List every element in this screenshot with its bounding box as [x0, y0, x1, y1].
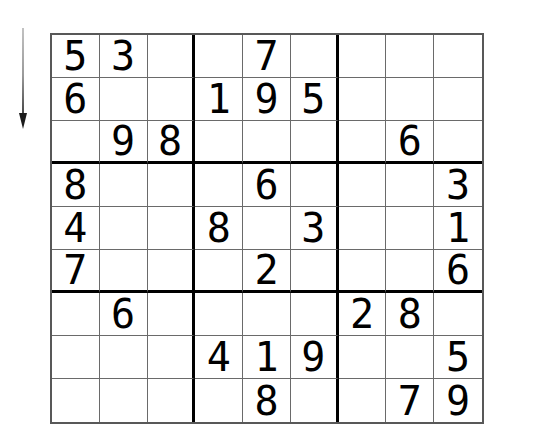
cell-r2c7[interactable] — [339, 78, 387, 121]
cell-r4c9[interactable]: 3 — [434, 164, 482, 207]
cell-r8c2[interactable] — [100, 336, 148, 379]
cell-r3c5[interactable] — [243, 121, 291, 164]
cell-r4c7[interactable] — [339, 164, 387, 207]
cell-r6c8[interactable] — [386, 250, 434, 293]
cell-r4c2[interactable] — [100, 164, 148, 207]
cell-r1c9[interactable] — [434, 35, 482, 78]
cell-r5c9[interactable]: 1 — [434, 207, 482, 250]
cell-r4c3[interactable] — [148, 164, 196, 207]
cell-r2c8[interactable] — [386, 78, 434, 121]
cell-r6c7[interactable] — [339, 250, 387, 293]
cell-r1c8[interactable] — [386, 35, 434, 78]
cell-r3c6[interactable] — [291, 121, 339, 164]
cell-r5c4[interactable]: 8 — [195, 207, 243, 250]
cell-r7c1[interactable] — [52, 293, 100, 336]
cell-r2c6[interactable]: 5 — [291, 78, 339, 121]
cell-r5c3[interactable] — [148, 207, 196, 250]
cell-r3c4[interactable] — [195, 121, 243, 164]
cell-r1c3[interactable] — [148, 35, 196, 78]
cell-r3c2[interactable]: 9 — [100, 121, 148, 164]
cell-r5c2[interactable] — [100, 207, 148, 250]
cell-r8c6[interactable]: 9 — [291, 336, 339, 379]
cell-r4c1[interactable]: 8 — [52, 164, 100, 207]
cell-r9c4[interactable] — [195, 379, 243, 422]
cell-r7c8[interactable]: 8 — [386, 293, 434, 336]
cell-r1c6[interactable] — [291, 35, 339, 78]
cell-r7c3[interactable] — [148, 293, 196, 336]
cell-r9c2[interactable] — [100, 379, 148, 422]
cell-r8c4[interactable]: 4 — [195, 336, 243, 379]
cell-r6c4[interactable] — [195, 250, 243, 293]
cell-r3c3[interactable]: 8 — [148, 121, 196, 164]
down-arrow-shaft — [22, 28, 24, 114]
cell-r1c5[interactable]: 7 — [243, 35, 291, 78]
cell-r6c5[interactable]: 2 — [243, 250, 291, 293]
cell-r4c5[interactable]: 6 — [243, 164, 291, 207]
cell-r3c7[interactable] — [339, 121, 387, 164]
cell-r7c6[interactable] — [291, 293, 339, 336]
cell-r6c6[interactable] — [291, 250, 339, 293]
cell-r3c8[interactable]: 6 — [386, 121, 434, 164]
cell-r1c7[interactable] — [339, 35, 387, 78]
cell-r7c2[interactable]: 6 — [100, 293, 148, 336]
cell-r2c5[interactable]: 9 — [243, 78, 291, 121]
cell-r6c2[interactable] — [100, 250, 148, 293]
down-arrow-head — [19, 113, 27, 129]
cell-r8c9[interactable]: 5 — [434, 336, 482, 379]
cell-r1c4[interactable] — [195, 35, 243, 78]
sudoku-grid: 537619598686348317266284195879 — [50, 33, 484, 424]
cell-r9c8[interactable]: 7 — [386, 379, 434, 422]
cell-r3c9[interactable] — [434, 121, 482, 164]
cell-r8c8[interactable] — [386, 336, 434, 379]
cell-r2c9[interactable] — [434, 78, 482, 121]
cell-r7c7[interactable]: 2 — [339, 293, 387, 336]
cell-r7c9[interactable] — [434, 293, 482, 336]
cell-r2c2[interactable] — [100, 78, 148, 121]
cell-r5c1[interactable]: 4 — [52, 207, 100, 250]
cell-r3c1[interactable] — [52, 121, 100, 164]
cell-r7c4[interactable] — [195, 293, 243, 336]
cell-r9c3[interactable] — [148, 379, 196, 422]
cell-r1c2[interactable]: 3 — [100, 35, 148, 78]
cell-r5c8[interactable] — [386, 207, 434, 250]
cell-r8c3[interactable] — [148, 336, 196, 379]
cell-r8c1[interactable] — [52, 336, 100, 379]
cell-r6c3[interactable] — [148, 250, 196, 293]
cell-r4c4[interactable] — [195, 164, 243, 207]
cell-r2c4[interactable]: 1 — [195, 78, 243, 121]
cell-r9c1[interactable] — [52, 379, 100, 422]
cell-r8c7[interactable] — [339, 336, 387, 379]
cell-r4c8[interactable] — [386, 164, 434, 207]
cell-r7c5[interactable] — [243, 293, 291, 336]
cell-r9c5[interactable]: 8 — [243, 379, 291, 422]
cell-r5c5[interactable] — [243, 207, 291, 250]
cell-r6c9[interactable]: 6 — [434, 250, 482, 293]
cell-r5c6[interactable]: 3 — [291, 207, 339, 250]
cell-r9c7[interactable] — [339, 379, 387, 422]
cell-r6c1[interactable]: 7 — [52, 250, 100, 293]
cell-r8c5[interactable]: 1 — [243, 336, 291, 379]
cell-r2c1[interactable]: 6 — [52, 78, 100, 121]
cell-r5c7[interactable] — [339, 207, 387, 250]
sudoku-diagram: 537619598686348317266284195879 — [0, 0, 533, 444]
cell-r9c9[interactable]: 9 — [434, 379, 482, 422]
cell-r1c1[interactable]: 5 — [52, 35, 100, 78]
down-arrow-icon — [19, 28, 28, 129]
cell-r9c6[interactable] — [291, 379, 339, 422]
cell-r2c3[interactable] — [148, 78, 196, 121]
cell-r4c6[interactable] — [291, 164, 339, 207]
